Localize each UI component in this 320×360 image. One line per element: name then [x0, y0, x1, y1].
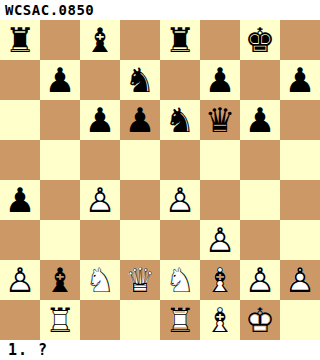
square-g3[interactable] — [240, 220, 280, 260]
square-g7[interactable] — [240, 60, 280, 100]
square-c8[interactable]: ♝ — [80, 20, 120, 60]
move-prompt: 1. ? — [0, 340, 320, 360]
white-queen-glyph: ♕ — [120, 260, 160, 300]
puzzle-title: WCSAC.0850 — [0, 0, 320, 20]
square-d4[interactable] — [120, 180, 160, 220]
black-knight: ♞ — [160, 100, 200, 140]
square-f5[interactable] — [200, 140, 240, 180]
square-a3[interactable] — [0, 220, 40, 260]
square-e3[interactable] — [160, 220, 200, 260]
square-b3[interactable] — [40, 220, 80, 260]
square-g6[interactable]: ♟ — [240, 100, 280, 140]
square-g4[interactable] — [240, 180, 280, 220]
white-rook-glyph: ♖ — [40, 300, 80, 340]
white-bishop-glyph: ♗ — [200, 300, 240, 340]
square-e1[interactable]: ♜♖ — [160, 300, 200, 340]
white-pawn: ♟♙ — [240, 260, 280, 300]
white-pawn-glyph: ♙ — [160, 180, 200, 220]
square-c3[interactable] — [80, 220, 120, 260]
black-queen: ♛ — [200, 100, 240, 140]
square-b5[interactable] — [40, 140, 80, 180]
square-d1[interactable] — [120, 300, 160, 340]
square-a7[interactable] — [0, 60, 40, 100]
square-d6[interactable]: ♟ — [120, 100, 160, 140]
square-h4[interactable] — [280, 180, 320, 220]
black-rook: ♜ — [0, 20, 40, 60]
square-f3[interactable]: ♟♙ — [200, 220, 240, 260]
white-knight: ♞♘ — [160, 260, 200, 300]
square-b7[interactable]: ♟ — [40, 60, 80, 100]
black-pawn: ♟ — [80, 100, 120, 140]
square-b8[interactable] — [40, 20, 80, 60]
white-pawn: ♟♙ — [80, 180, 120, 220]
square-h6[interactable] — [280, 100, 320, 140]
square-f8[interactable] — [200, 20, 240, 60]
square-c6[interactable]: ♟ — [80, 100, 120, 140]
square-a8[interactable]: ♜ — [0, 20, 40, 60]
white-knight-glyph: ♘ — [160, 260, 200, 300]
square-d7[interactable]: ♞ — [120, 60, 160, 100]
square-b2[interactable]: ♝ — [40, 260, 80, 300]
white-rook-glyph: ♖ — [160, 300, 200, 340]
white-pawn-glyph: ♙ — [200, 220, 240, 260]
white-pawn: ♟♙ — [0, 260, 40, 300]
square-e8[interactable]: ♜ — [160, 20, 200, 60]
square-d8[interactable] — [120, 20, 160, 60]
square-f6[interactable]: ♛ — [200, 100, 240, 140]
chess-puzzle-window: WCSAC.0850 ♜♝♜♚♟♞♟♟♟♟♞♛♟♟♟♙♟♙♟♙♟♙♝♞♘♛♕♞♘… — [0, 0, 320, 360]
square-e6[interactable]: ♞ — [160, 100, 200, 140]
square-a6[interactable] — [0, 100, 40, 140]
square-g2[interactable]: ♟♙ — [240, 260, 280, 300]
white-queen: ♛♕ — [120, 260, 160, 300]
square-h2[interactable]: ♟♙ — [280, 260, 320, 300]
square-g1[interactable]: ♚♔ — [240, 300, 280, 340]
white-bishop: ♝♗ — [200, 260, 240, 300]
square-b1[interactable]: ♜♖ — [40, 300, 80, 340]
black-pawn: ♟ — [120, 100, 160, 140]
white-pawn: ♟♙ — [200, 220, 240, 260]
square-e7[interactable] — [160, 60, 200, 100]
square-a5[interactable] — [0, 140, 40, 180]
white-bishop-glyph: ♗ — [200, 260, 240, 300]
black-knight: ♞ — [120, 60, 160, 100]
square-d5[interactable] — [120, 140, 160, 180]
black-rook: ♜ — [160, 20, 200, 60]
white-pawn-glyph: ♙ — [280, 260, 320, 300]
black-pawn: ♟ — [0, 180, 40, 220]
square-h3[interactable] — [280, 220, 320, 260]
square-e2[interactable]: ♞♘ — [160, 260, 200, 300]
square-c4[interactable]: ♟♙ — [80, 180, 120, 220]
black-pawn: ♟ — [200, 60, 240, 100]
square-a4[interactable]: ♟ — [0, 180, 40, 220]
square-g8[interactable]: ♚ — [240, 20, 280, 60]
black-bishop: ♝ — [80, 20, 120, 60]
white-bishop: ♝♗ — [200, 300, 240, 340]
chess-board: ♜♝♜♚♟♞♟♟♟♟♞♛♟♟♟♙♟♙♟♙♟♙♝♞♘♛♕♞♘♝♗♟♙♟♙♜♖♜♖♝… — [0, 20, 320, 340]
square-g5[interactable] — [240, 140, 280, 180]
white-rook: ♜♖ — [160, 300, 200, 340]
square-b6[interactable] — [40, 100, 80, 140]
black-bishop: ♝ — [40, 260, 80, 300]
white-rook: ♜♖ — [40, 300, 80, 340]
white-knight-glyph: ♘ — [80, 260, 120, 300]
white-pawn: ♟♙ — [280, 260, 320, 300]
square-f4[interactable] — [200, 180, 240, 220]
square-c1[interactable] — [80, 300, 120, 340]
white-knight: ♞♘ — [80, 260, 120, 300]
square-b4[interactable] — [40, 180, 80, 220]
white-pawn-glyph: ♙ — [80, 180, 120, 220]
white-king: ♚♔ — [240, 300, 280, 340]
square-f2[interactable]: ♝♗ — [200, 260, 240, 300]
square-a2[interactable]: ♟♙ — [0, 260, 40, 300]
square-a1[interactable] — [0, 300, 40, 340]
square-f7[interactable]: ♟ — [200, 60, 240, 100]
square-e4[interactable]: ♟♙ — [160, 180, 200, 220]
black-pawn: ♟ — [280, 60, 320, 100]
square-f1[interactable]: ♝♗ — [200, 300, 240, 340]
square-h5[interactable] — [280, 140, 320, 180]
white-pawn-glyph: ♙ — [0, 260, 40, 300]
black-king: ♚ — [240, 20, 280, 60]
white-pawn-glyph: ♙ — [240, 260, 280, 300]
white-king-glyph: ♔ — [240, 300, 280, 340]
square-d2[interactable]: ♛♕ — [120, 260, 160, 300]
square-h7[interactable]: ♟ — [280, 60, 320, 100]
square-c2[interactable]: ♞♘ — [80, 260, 120, 300]
square-d3[interactable] — [120, 220, 160, 260]
square-c7[interactable] — [80, 60, 120, 100]
square-h1[interactable] — [280, 300, 320, 340]
square-e5[interactable] — [160, 140, 200, 180]
white-pawn: ♟♙ — [160, 180, 200, 220]
black-pawn: ♟ — [240, 100, 280, 140]
black-pawn: ♟ — [40, 60, 80, 100]
square-c5[interactable] — [80, 140, 120, 180]
square-h8[interactable] — [280, 20, 320, 60]
